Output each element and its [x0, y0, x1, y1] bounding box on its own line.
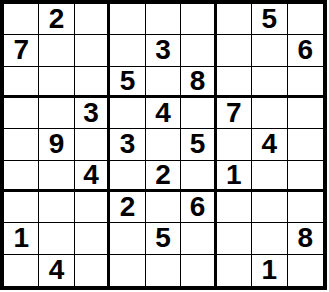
sudoku-cell-empty[interactable] [217, 67, 252, 98]
sudoku-cell-empty[interactable] [252, 35, 287, 66]
sudoku-cell-empty[interactable] [110, 223, 145, 254]
sudoku-cell-given: 1 [4, 223, 39, 254]
sudoku-cell-empty[interactable] [288, 255, 323, 286]
sudoku-cell-given: 9 [39, 129, 74, 160]
sudoku-board: 257365834793544212615841 [0, 0, 327, 290]
sudoku-cell-empty[interactable] [181, 223, 216, 254]
sudoku-cell-empty[interactable] [181, 161, 216, 192]
sudoku-cell-given: 7 [4, 35, 39, 66]
sudoku-cell-given: 4 [252, 129, 287, 160]
sudoku-cell-given: 5 [110, 67, 145, 98]
sudoku-cell-empty[interactable] [75, 35, 110, 66]
sudoku-cell-given: 1 [252, 255, 287, 286]
sudoku-cell-given: 8 [181, 67, 216, 98]
sudoku-cell-empty[interactable] [75, 192, 110, 223]
sudoku-cell-empty[interactable] [217, 129, 252, 160]
sudoku-page: 257365834793544212615841 [0, 0, 329, 292]
sudoku-cell-given: 5 [146, 223, 181, 254]
sudoku-cell-empty[interactable] [288, 4, 323, 35]
sudoku-cell-empty[interactable] [39, 35, 74, 66]
sudoku-cell-given: 3 [110, 129, 145, 160]
sudoku-cell-empty[interactable] [39, 98, 74, 129]
sudoku-cell-empty[interactable] [146, 129, 181, 160]
sudoku-cell-given: 6 [181, 192, 216, 223]
sudoku-cell-given: 5 [181, 129, 216, 160]
sudoku-cell-given: 4 [146, 98, 181, 129]
sudoku-cell-empty[interactable] [75, 223, 110, 254]
sudoku-cell-empty[interactable] [39, 223, 74, 254]
sudoku-cell-empty[interactable] [252, 98, 287, 129]
sudoku-cell-empty[interactable] [217, 4, 252, 35]
sudoku-cell-empty[interactable] [181, 35, 216, 66]
sudoku-cell-empty[interactable] [146, 4, 181, 35]
sudoku-cell-empty[interactable] [146, 192, 181, 223]
sudoku-cell-empty[interactable] [110, 98, 145, 129]
sudoku-cell-given: 7 [217, 98, 252, 129]
sudoku-cell-empty[interactable] [75, 129, 110, 160]
sudoku-cell-empty[interactable] [252, 67, 287, 98]
sudoku-cell-empty[interactable] [4, 4, 39, 35]
sudoku-cell-given: 3 [75, 98, 110, 129]
sudoku-cell-empty[interactable] [181, 98, 216, 129]
sudoku-cell-empty[interactable] [288, 129, 323, 160]
sudoku-cell-empty[interactable] [217, 35, 252, 66]
sudoku-cell-empty[interactable] [181, 255, 216, 286]
sudoku-cell-empty[interactable] [75, 67, 110, 98]
sudoku-cell-empty[interactable] [217, 223, 252, 254]
sudoku-cell-empty[interactable] [146, 67, 181, 98]
sudoku-cell-given: 3 [146, 35, 181, 66]
sudoku-cell-empty[interactable] [75, 4, 110, 35]
sudoku-cell-empty[interactable] [4, 161, 39, 192]
sudoku-cell-empty[interactable] [288, 192, 323, 223]
sudoku-cell-empty[interactable] [288, 67, 323, 98]
sudoku-cell-empty[interactable] [252, 192, 287, 223]
sudoku-cell-given: 5 [252, 4, 287, 35]
sudoku-cell-empty[interactable] [110, 4, 145, 35]
sudoku-cell-empty[interactable] [4, 67, 39, 98]
sudoku-cell-empty[interactable] [217, 192, 252, 223]
sudoku-cell-empty[interactable] [39, 67, 74, 98]
sudoku-cell-empty[interactable] [110, 255, 145, 286]
sudoku-cell-empty[interactable] [4, 192, 39, 223]
sudoku-cell-given: 2 [110, 192, 145, 223]
sudoku-cell-empty[interactable] [146, 255, 181, 286]
sudoku-cell-empty[interactable] [252, 161, 287, 192]
sudoku-cell-empty[interactable] [110, 35, 145, 66]
sudoku-cell-empty[interactable] [4, 98, 39, 129]
sudoku-cell-given: 2 [146, 161, 181, 192]
sudoku-cell-given: 2 [39, 4, 74, 35]
sudoku-cell-given: 8 [288, 223, 323, 254]
sudoku-cell-empty[interactable] [110, 161, 145, 192]
sudoku-cell-empty[interactable] [75, 255, 110, 286]
sudoku-cell-empty[interactable] [39, 161, 74, 192]
sudoku-cell-given: 4 [75, 161, 110, 192]
sudoku-cell-empty[interactable] [288, 98, 323, 129]
sudoku-cell-empty[interactable] [4, 129, 39, 160]
sudoku-cell-empty[interactable] [39, 192, 74, 223]
sudoku-cell-empty[interactable] [288, 161, 323, 192]
sudoku-cell-empty[interactable] [217, 255, 252, 286]
sudoku-cell-empty[interactable] [181, 4, 216, 35]
sudoku-cell-empty[interactable] [252, 223, 287, 254]
sudoku-cell-given: 1 [217, 161, 252, 192]
sudoku-cell-given: 4 [39, 255, 74, 286]
sudoku-cell-given: 6 [288, 35, 323, 66]
sudoku-cell-empty[interactable] [4, 255, 39, 286]
